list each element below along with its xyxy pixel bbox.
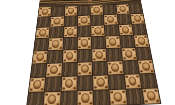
square-r5c6 (107, 48, 122, 61)
square-r3c1 (36, 27, 50, 38)
piece-recess (48, 94, 57, 104)
square-r6c2 (46, 63, 61, 77)
square-r5c7 (121, 48, 137, 61)
square-r8c2 (44, 92, 61, 105)
piece-recess (107, 16, 114, 23)
piece-recess (65, 79, 73, 89)
piece-recess (109, 38, 117, 46)
square-r8c6 (110, 89, 127, 105)
square-r8c8 (142, 88, 160, 104)
square-r7c2 (45, 77, 61, 92)
piece-recess (124, 50, 133, 58)
piece-recess (111, 63, 120, 72)
square-r6c6 (108, 61, 124, 75)
square-r3c2 (50, 27, 64, 38)
square-r7c3 (61, 76, 76, 91)
square-r2c3 (64, 16, 77, 26)
square-r2c6 (104, 15, 118, 25)
square-r5c5 (92, 49, 107, 62)
square-r6c4 (77, 62, 92, 76)
square-r6c1 (31, 64, 47, 78)
square-r1c8 (129, 4, 143, 14)
square-r5c8 (136, 47, 152, 60)
square-r6c3 (62, 62, 77, 76)
piece-recess (141, 62, 150, 71)
square-r6c8 (138, 60, 155, 74)
photo-stage (0, 0, 175, 105)
piece-recess (133, 15, 141, 22)
square-r8c7 (126, 89, 144, 105)
piece-recess (81, 64, 89, 73)
checkers-board (26, 0, 162, 105)
square-r3c5 (91, 26, 105, 37)
square-r4c2 (49, 38, 63, 50)
piece-recess (81, 39, 88, 47)
square-r5c1 (32, 51, 47, 64)
square-r2c4 (78, 16, 91, 26)
piece-recess (128, 76, 137, 86)
board-grid (26, 3, 162, 105)
square-r4c4 (78, 37, 92, 49)
square-r7c6 (109, 75, 125, 90)
square-r5c4 (77, 49, 91, 62)
square-r1c4 (78, 6, 90, 16)
piece-recess (97, 78, 106, 88)
square-r6c5 (92, 61, 107, 75)
square-r3c6 (105, 25, 119, 36)
square-r4c8 (134, 35, 150, 47)
square-r1c6 (103, 5, 116, 15)
square-r3c4 (78, 26, 91, 37)
square-r6c7 (123, 60, 139, 74)
piece-recess (93, 7, 100, 13)
piece-recess (66, 52, 74, 60)
square-r8c5 (94, 90, 110, 105)
square-r2c5 (91, 15, 104, 25)
piece-recess (119, 6, 126, 12)
piece-recess (137, 37, 146, 45)
square-r7c1 (29, 77, 46, 92)
square-r7c5 (93, 75, 109, 90)
square-r8c4 (77, 90, 93, 105)
square-r1c1 (38, 7, 51, 17)
square-r1c3 (65, 6, 78, 16)
square-r8c3 (60, 91, 76, 105)
piece-recess (81, 17, 88, 24)
square-r4c3 (63, 38, 77, 50)
piece-recess (50, 65, 58, 74)
piece-recess (94, 27, 101, 34)
square-r3c8 (132, 24, 147, 35)
square-r3c7 (118, 25, 133, 36)
square-r1c2 (51, 7, 64, 17)
square-r1c5 (90, 5, 103, 15)
square-r4c5 (92, 37, 106, 49)
square-r7c8 (140, 74, 158, 89)
square-r7c4 (77, 76, 92, 91)
square-r5c2 (47, 50, 62, 63)
square-r1c7 (116, 4, 130, 14)
square-r3c3 (64, 26, 77, 37)
square-r8c1 (27, 92, 44, 105)
piece-recess (113, 92, 122, 102)
piece-recess (41, 9, 48, 15)
piece-recess (39, 29, 47, 36)
square-r4c7 (120, 36, 135, 48)
piece-recess (52, 40, 60, 48)
piece-recess (67, 28, 74, 35)
rail-inlay-line (39, 2, 93, 4)
piece-recess (67, 8, 74, 14)
piece-recess (146, 91, 156, 101)
piece-recess (122, 26, 130, 33)
square-r5c3 (62, 50, 76, 63)
square-r2c2 (50, 16, 63, 26)
piece-recess (54, 18, 61, 25)
square-r2c1 (37, 17, 51, 27)
piece-recess (36, 53, 44, 61)
piece-recess (95, 51, 103, 59)
piece-recess (33, 80, 42, 90)
square-r7c7 (124, 74, 141, 89)
square-r4c6 (106, 36, 121, 48)
piece-recess (81, 93, 90, 103)
square-r2c8 (130, 14, 144, 24)
square-r2c7 (117, 14, 131, 24)
square-r4c1 (34, 39, 49, 51)
